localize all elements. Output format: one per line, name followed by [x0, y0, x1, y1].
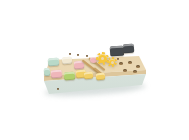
cream-nut-back: [62, 57, 73, 65]
product-photo: [0, 0, 189, 140]
peg-hole-5: [133, 70, 137, 73]
screw-dot-4: [117, 58, 119, 60]
apron-screw-dot: [57, 88, 59, 90]
peg-hole-1: [119, 62, 123, 65]
pieces-layer: [0, 0, 189, 140]
yellow-nut-right: [96, 73, 106, 81]
peg-hole-4: [123, 69, 127, 72]
gear-hub: [101, 57, 104, 60]
pink-nut-front: [51, 70, 63, 79]
screw-dot-2: [77, 54, 79, 56]
gear-hub: [111, 61, 114, 64]
peg-hole-2: [128, 61, 132, 64]
mint-nut-edge: [44, 68, 51, 76]
gear-small: [107, 57, 117, 67]
screw-dot-1: [69, 53, 71, 55]
peg-hole-3: [136, 65, 140, 68]
screw-dot-3: [86, 55, 88, 57]
yellow-nut-mid: [84, 72, 94, 80]
green-nut-front: [64, 72, 76, 81]
mint-nut-back: [48, 58, 60, 67]
saw-head-piece: [123, 44, 135, 54]
